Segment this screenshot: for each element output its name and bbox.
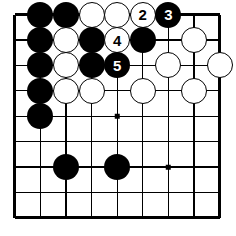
intersection-5-8[interactable] [104,180,130,205]
intersection-8-8[interactable] [181,180,207,205]
intersection-5-3: 5 [104,53,130,78]
intersection-1-1[interactable] [2,2,28,27]
intersection-7-7[interactable] [156,154,182,179]
grid-line-vertical [142,205,143,218]
intersection-9-8[interactable] [207,180,233,205]
stone-black [130,27,156,53]
intersection-3-6[interactable] [53,129,79,154]
grid-line-horizontal [15,39,28,40]
intersection-8-4 [181,78,207,103]
intersection-6-7[interactable] [130,154,156,179]
stone-black [104,154,130,180]
grid-line-vertical [168,129,169,154]
intersection-2-4 [28,78,54,103]
intersection-5-1 [104,2,130,27]
intersection-1-7[interactable] [2,154,28,179]
intersection-9-5[interactable] [207,104,233,129]
intersection-2-6[interactable] [28,129,54,154]
grid-line-vertical [218,78,221,103]
intersection-9-6[interactable] [207,129,233,154]
grid-line-vertical [91,129,92,154]
grid-line-vertical [168,154,169,179]
intersection-3-7 [53,154,79,179]
intersection-6-2 [130,27,156,52]
intersection-4-9[interactable] [79,205,105,230]
intersection-4-6[interactable] [79,129,105,154]
go-diagram: 2345 [0,0,236,236]
grid-line-vertical [13,27,16,52]
grid-line-vertical [218,180,221,205]
intersection-4-2 [79,27,105,52]
intersection-8-7[interactable] [181,154,207,179]
grid-line-vertical [13,205,16,218]
stone-white [53,78,79,104]
grid-line-vertical [218,104,221,129]
intersection-7-1: 3 [156,2,182,27]
intersection-1-9[interactable] [2,205,28,230]
grid-line-vertical [218,27,221,52]
intersection-6-9[interactable] [130,205,156,230]
stone-white-move-2: 2 [130,2,156,28]
intersection-6-1: 2 [130,2,156,27]
grid-line-vertical [168,180,169,205]
grid-line-vertical [13,180,16,205]
intersection-3-1 [53,2,79,27]
intersection-8-5[interactable] [181,104,207,129]
grid-line-horizontal [15,13,28,16]
intersection-5-9[interactable] [104,205,130,230]
intersection-5-5[interactable] [104,104,130,129]
intersection-2-2 [28,27,54,52]
grid-line-vertical [142,104,143,129]
intersection-2-8[interactable] [28,180,54,205]
grid-line-vertical [40,180,41,205]
intersection-7-2[interactable] [156,27,182,52]
stone-white [130,78,156,104]
intersection-7-5[interactable] [156,104,182,129]
intersection-7-6[interactable] [156,129,182,154]
grid-line-horizontal [156,166,182,167]
grid-line-vertical [193,15,194,28]
intersection-5-6[interactable] [104,129,130,154]
grid-line-vertical [193,154,194,179]
intersection-7-8[interactable] [156,180,182,205]
intersection-5-2: 4 [104,27,130,52]
intersection-6-6[interactable] [130,129,156,154]
intersection-2-1 [28,2,54,27]
intersection-1-5[interactable] [2,104,28,129]
stone-white [207,52,233,78]
grid-line-vertical [168,27,169,52]
grid-line-vertical [91,180,92,205]
grid-line-vertical [218,15,221,28]
stone-black [27,2,53,28]
grid-line-vertical [218,129,221,154]
intersection-2-9[interactable] [28,205,54,230]
intersection-8-6[interactable] [181,129,207,154]
stone-white [155,52,181,78]
grid-line-vertical [13,129,16,154]
grid-line-vertical [40,205,41,218]
grid-line-horizontal [15,116,28,117]
grid-line-vertical [193,53,194,78]
intersection-4-1 [79,2,105,27]
intersection-8-9[interactable] [181,205,207,230]
grid-line-vertical [142,154,143,179]
grid-line-vertical [142,180,143,205]
stone-black [27,52,53,78]
grid-line-horizontal [15,141,28,142]
grid-line-vertical [65,205,66,218]
grid-line-vertical [91,104,92,129]
grid-line-vertical [40,129,41,154]
stone-white [79,2,105,28]
intersection-7-4[interactable] [156,78,182,103]
grid-line-vertical [142,129,143,154]
intersection-1-4[interactable] [2,78,28,103]
intersection-2-3 [28,53,54,78]
grid-line-vertical [117,104,118,129]
grid-line-vertical [117,129,118,154]
intersection-8-2 [181,27,207,52]
grid-line-horizontal [15,90,28,91]
grid-line-vertical [65,104,66,129]
stone-white [104,2,130,28]
intersection-8-3[interactable] [181,53,207,78]
stone-black [27,27,53,53]
intersection-2-7[interactable] [28,154,54,179]
intersection-6-4 [130,78,156,103]
stone-white [79,78,105,104]
intersection-9-3 [207,53,233,78]
intersection-7-9[interactable] [156,205,182,230]
intersection-6-8[interactable] [130,180,156,205]
grid-line-vertical [168,205,169,218]
grid-line-vertical [218,154,221,179]
stone-white [53,27,79,53]
intersection-4-8[interactable] [79,180,105,205]
stone-white [181,27,207,53]
grid-line-vertical [193,180,194,205]
grid-line-vertical [13,104,16,129]
grid-line-vertical [142,53,143,78]
intersection-3-3 [53,53,79,78]
intersection-4-7[interactable] [79,154,105,179]
grid-line-vertical [65,180,66,205]
grid-line-vertical [168,104,169,129]
grid-line-horizontal [104,116,130,117]
intersection-4-5[interactable] [79,104,105,129]
intersection-2-5 [28,104,54,129]
intersection-3-8[interactable] [53,180,79,205]
grid-line-vertical [193,205,194,218]
intersection-3-9[interactable] [53,205,79,230]
go-board: 2345 [2,2,232,231]
grid-line-vertical [117,78,118,103]
grid-line-vertical [193,129,194,154]
intersection-1-6[interactable] [2,129,28,154]
grid-line-vertical [91,205,92,218]
stone-black [27,78,53,104]
grid-line-vertical [13,15,16,28]
grid-line-vertical [40,154,41,179]
intersection-9-9[interactable] [207,205,233,230]
stone-black [79,27,105,53]
grid-line-vertical [168,78,169,103]
intersection-3-2 [53,27,79,52]
grid-line-vertical [65,129,66,154]
intersection-9-1[interactable] [207,2,233,27]
grid-line-vertical [13,154,16,179]
grid-line-horizontal [15,65,28,66]
stone-white [53,52,79,78]
grid-line-vertical [117,180,118,205]
stone-white-move-4: 4 [104,27,130,53]
intersection-3-5[interactable] [53,104,79,129]
intersection-7-3 [156,53,182,78]
grid-line-vertical [193,104,194,129]
stone-black [27,103,53,129]
intersection-4-3 [79,53,105,78]
stone-white [181,78,207,104]
grid-line-vertical [91,154,92,179]
intersection-1-2[interactable] [2,27,28,52]
grid-line-horizontal [15,166,28,167]
intersection-6-3[interactable] [130,53,156,78]
intersection-4-4 [79,78,105,103]
stone-black [53,2,79,28]
intersection-1-8[interactable] [2,180,28,205]
intersection-1-3[interactable] [2,53,28,78]
stone-black-move-3: 3 [155,2,181,28]
stone-black [53,154,79,180]
grid-line-vertical [13,53,16,78]
grid-line-horizontal [15,192,28,193]
stone-black-move-5: 5 [104,52,130,78]
intersection-5-4[interactable] [104,78,130,103]
stone-black [79,52,105,78]
intersection-9-2[interactable] [207,27,233,52]
grid-line-horizontal [15,216,28,219]
intersection-3-4 [53,78,79,103]
grid-line-vertical [13,78,16,103]
intersection-8-1[interactable] [181,2,207,27]
grid-line-vertical [117,205,118,218]
intersection-5-7 [104,154,130,179]
grid-line-vertical [218,205,221,218]
intersection-6-5[interactable] [130,104,156,129]
intersection-9-7[interactable] [207,154,233,179]
intersection-9-4[interactable] [207,78,233,103]
